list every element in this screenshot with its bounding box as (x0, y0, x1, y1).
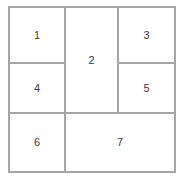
region-6-label: 6 (34, 137, 40, 148)
puzzle-board: 1 2 3 4 5 6 7 (8, 6, 176, 173)
region-7-label: 7 (117, 137, 123, 148)
region-5-label: 5 (143, 83, 149, 94)
region-6: 6 (10, 114, 64, 171)
region-3: 3 (119, 8, 174, 62)
region-1: 1 (10, 8, 64, 62)
region-5: 5 (119, 64, 174, 112)
region-7: 7 (66, 114, 174, 171)
region-3-label: 3 (143, 30, 149, 41)
region-4: 4 (10, 64, 64, 112)
region-2: 2 (66, 8, 117, 112)
region-1-label: 1 (34, 30, 40, 41)
partition-puzzle-screen: 1 2 3 4 5 6 7 (0, 0, 186, 180)
puzzle-grid: 1 2 3 4 5 6 7 (10, 8, 174, 171)
region-4-label: 4 (34, 83, 40, 94)
region-2-label: 2 (88, 55, 94, 66)
